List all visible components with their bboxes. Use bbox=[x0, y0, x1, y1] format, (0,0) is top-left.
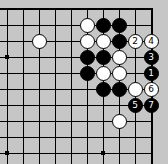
stone-white-c2r2[interactable] bbox=[32, 34, 47, 49]
stone-white-c8r5[interactable] bbox=[128, 82, 143, 97]
grid-line-v-1 bbox=[23, 8, 24, 164]
move-number-label: 4 bbox=[148, 35, 154, 48]
grid-line-v-0 bbox=[7, 8, 8, 164]
stone-black-c5r4[interactable] bbox=[80, 66, 95, 81]
move-number-label: 5 bbox=[132, 99, 138, 112]
go-diagram-screen: 2431657 bbox=[0, 0, 168, 164]
stone-black-move-1-c9r4[interactable]: 1 bbox=[144, 66, 159, 81]
stone-black-c5r3[interactable] bbox=[80, 50, 95, 65]
move-number-label: 7 bbox=[148, 99, 154, 112]
stone-black-move-3-c9r3[interactable]: 3 bbox=[144, 50, 159, 65]
go-board[interactable]: 2431657 bbox=[0, 0, 168, 164]
stone-white-c6r2[interactable] bbox=[96, 34, 111, 49]
star-point bbox=[101, 151, 105, 155]
star-point bbox=[5, 151, 9, 155]
move-number-label: 3 bbox=[148, 51, 154, 64]
grid-line-v-3 bbox=[55, 8, 56, 164]
stone-black-c6r1[interactable] bbox=[96, 18, 111, 33]
stone-white-c5r1[interactable] bbox=[80, 18, 95, 33]
star-point bbox=[5, 55, 9, 59]
stone-white-move-6-c9r5[interactable]: 6 bbox=[144, 82, 159, 97]
stone-white-move-4-c9r2[interactable]: 4 bbox=[144, 34, 159, 49]
stone-white-c6r4[interactable] bbox=[96, 66, 111, 81]
stone-black-move-5-c8r6[interactable]: 5 bbox=[128, 98, 143, 113]
grid-line-v-2 bbox=[39, 8, 40, 164]
stone-black-c6r3[interactable] bbox=[96, 50, 111, 65]
stone-white-c7r7[interactable] bbox=[112, 114, 127, 129]
move-number-label: 1 bbox=[148, 67, 154, 80]
stone-white-move-2-c8r2[interactable]: 2 bbox=[128, 34, 143, 49]
stone-black-move-7-c9r6[interactable]: 7 bbox=[144, 98, 159, 113]
stone-black-c7r1[interactable] bbox=[112, 18, 127, 33]
stone-white-c5r2[interactable] bbox=[80, 34, 95, 49]
move-number-label: 2 bbox=[132, 35, 138, 48]
stone-black-c6r5[interactable] bbox=[96, 82, 111, 97]
stone-black-c7r2[interactable] bbox=[112, 34, 127, 49]
move-number-label: 6 bbox=[148, 83, 154, 96]
stone-white-c7r4[interactable] bbox=[112, 66, 127, 81]
stone-white-c7r3[interactable] bbox=[112, 50, 127, 65]
stone-black-c7r5[interactable] bbox=[112, 82, 127, 97]
grid-line-v-4 bbox=[71, 8, 72, 164]
